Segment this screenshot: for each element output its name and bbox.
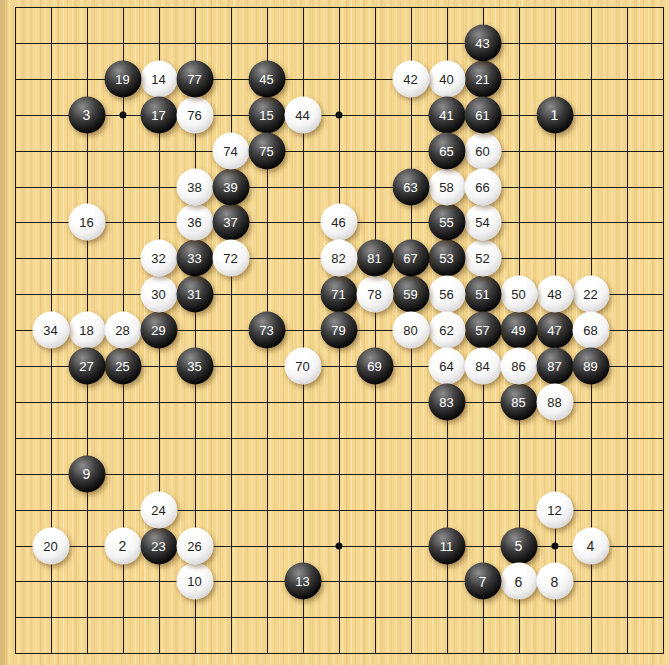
stone-12-white[interactable]: 12 xyxy=(536,491,573,528)
stone-44-white[interactable]: 44 xyxy=(284,96,321,133)
stone-75-black[interactable]: 75 xyxy=(248,132,285,169)
stone-6-white[interactable]: 6 xyxy=(500,563,537,600)
grid-line-horizontal xyxy=(15,617,664,618)
stone-56-white[interactable]: 56 xyxy=(428,276,465,313)
stone-23-black[interactable]: 23 xyxy=(140,527,177,564)
stone-25-black[interactable]: 25 xyxy=(104,348,141,385)
grid-line-vertical xyxy=(663,7,664,654)
stone-52-white[interactable]: 52 xyxy=(464,240,501,277)
stone-68-white[interactable]: 68 xyxy=(572,312,609,349)
stone-47-black[interactable]: 47 xyxy=(536,312,573,349)
stone-37-black[interactable]: 37 xyxy=(212,204,249,241)
stone-55-black[interactable]: 55 xyxy=(428,204,465,241)
stone-66-white[interactable]: 66 xyxy=(464,168,501,205)
stone-7-black[interactable]: 7 xyxy=(464,563,501,600)
stone-86-white[interactable]: 86 xyxy=(500,348,537,385)
stone-9-black[interactable]: 9 xyxy=(68,455,105,492)
stone-16-white[interactable]: 16 xyxy=(68,204,105,241)
stone-28-white[interactable]: 28 xyxy=(104,312,141,349)
stone-74-white[interactable]: 74 xyxy=(212,132,249,169)
stone-34-white[interactable]: 34 xyxy=(32,312,69,349)
stone-46-white[interactable]: 46 xyxy=(320,204,357,241)
stone-88-white[interactable]: 88 xyxy=(536,383,573,420)
star-point xyxy=(551,542,558,549)
stone-21-black[interactable]: 21 xyxy=(464,60,501,97)
grid-line-horizontal xyxy=(15,474,664,475)
stone-22-white[interactable]: 22 xyxy=(572,276,609,313)
stone-81-black[interactable]: 81 xyxy=(356,240,393,277)
stone-71-black[interactable]: 71 xyxy=(320,276,357,313)
stone-72-white[interactable]: 72 xyxy=(212,240,249,277)
stone-27-black[interactable]: 27 xyxy=(68,348,105,385)
stone-31-black[interactable]: 31 xyxy=(176,276,213,313)
stone-62-white[interactable]: 62 xyxy=(428,312,465,349)
stone-53-black[interactable]: 53 xyxy=(428,240,465,277)
stone-32-white[interactable]: 32 xyxy=(140,240,177,277)
stone-26-white[interactable]: 26 xyxy=(176,527,213,564)
stone-79-black[interactable]: 79 xyxy=(320,312,357,349)
stone-61-black[interactable]: 61 xyxy=(464,96,501,133)
stone-36-white[interactable]: 36 xyxy=(176,204,213,241)
stone-64-white[interactable]: 64 xyxy=(428,348,465,385)
stone-41-black[interactable]: 41 xyxy=(428,96,465,133)
stone-78-white[interactable]: 78 xyxy=(356,276,393,313)
stone-87-black[interactable]: 87 xyxy=(536,348,573,385)
stone-89-black[interactable]: 89 xyxy=(572,348,609,385)
stone-1-black[interactable]: 1 xyxy=(536,96,573,133)
stone-84-white[interactable]: 84 xyxy=(464,348,501,385)
grid-line-horizontal xyxy=(15,653,664,654)
stone-82-white[interactable]: 82 xyxy=(320,240,357,277)
stone-65-black[interactable]: 65 xyxy=(428,132,465,169)
stone-76-white[interactable]: 76 xyxy=(176,96,213,133)
stone-29-black[interactable]: 29 xyxy=(140,312,177,349)
stone-5-black[interactable]: 5 xyxy=(500,527,537,564)
stone-45-black[interactable]: 45 xyxy=(248,60,285,97)
stone-59-black[interactable]: 59 xyxy=(392,276,429,313)
stone-70-white[interactable]: 70 xyxy=(284,348,321,385)
star-point xyxy=(119,111,126,118)
stone-51-black[interactable]: 51 xyxy=(464,276,501,313)
stone-42-white[interactable]: 42 xyxy=(392,60,429,97)
stone-63-black[interactable]: 63 xyxy=(392,168,429,205)
grid-line-horizontal xyxy=(15,438,664,439)
stone-2-white[interactable]: 2 xyxy=(104,527,141,564)
stone-17-black[interactable]: 17 xyxy=(140,96,177,133)
stone-13-black[interactable]: 13 xyxy=(284,563,321,600)
stone-35-black[interactable]: 35 xyxy=(176,348,213,385)
stone-73-black[interactable]: 73 xyxy=(248,312,285,349)
stone-85-black[interactable]: 85 xyxy=(500,383,537,420)
grid-line-vertical xyxy=(627,7,628,654)
stone-48-white[interactable]: 48 xyxy=(536,276,573,313)
stone-54-white[interactable]: 54 xyxy=(464,204,501,241)
stone-77-black[interactable]: 77 xyxy=(176,60,213,97)
stone-11-black[interactable]: 11 xyxy=(428,527,465,564)
stone-80-white[interactable]: 80 xyxy=(392,312,429,349)
stone-83-black[interactable]: 83 xyxy=(428,383,465,420)
grid-line-vertical xyxy=(375,7,376,654)
stone-3-black[interactable]: 3 xyxy=(68,96,105,133)
go-board[interactable]: 1234567891011121314151617181920212223242… xyxy=(0,0,669,665)
stone-14-white[interactable]: 14 xyxy=(140,60,177,97)
stone-10-white[interactable]: 10 xyxy=(176,563,213,600)
stone-24-white[interactable]: 24 xyxy=(140,491,177,528)
stone-18-white[interactable]: 18 xyxy=(68,312,105,349)
stone-58-white[interactable]: 58 xyxy=(428,168,465,205)
stone-43-black[interactable]: 43 xyxy=(464,24,501,61)
stone-49-black[interactable]: 49 xyxy=(500,312,537,349)
stone-57-black[interactable]: 57 xyxy=(464,312,501,349)
stone-4-white[interactable]: 4 xyxy=(572,527,609,564)
star-point xyxy=(335,542,342,549)
stone-8-white[interactable]: 8 xyxy=(536,563,573,600)
stone-40-white[interactable]: 40 xyxy=(428,60,465,97)
stone-33-black[interactable]: 33 xyxy=(176,240,213,277)
star-point xyxy=(335,111,342,118)
stone-20-white[interactable]: 20 xyxy=(32,527,69,564)
stone-15-black[interactable]: 15 xyxy=(248,96,285,133)
stone-50-white[interactable]: 50 xyxy=(500,276,537,313)
stone-67-black[interactable]: 67 xyxy=(392,240,429,277)
stone-38-white[interactable]: 38 xyxy=(176,168,213,205)
stone-69-black[interactable]: 69 xyxy=(356,348,393,385)
stone-30-white[interactable]: 30 xyxy=(140,276,177,313)
stone-39-black[interactable]: 39 xyxy=(212,168,249,205)
stone-60-white[interactable]: 60 xyxy=(464,132,501,169)
stone-19-black[interactable]: 19 xyxy=(104,60,141,97)
